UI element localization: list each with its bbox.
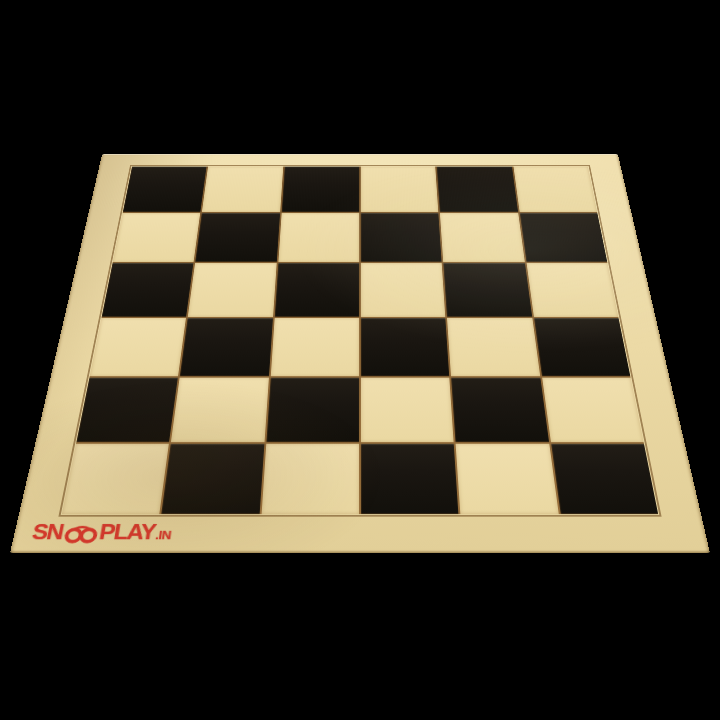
board-square-r6c6 bbox=[551, 443, 658, 514]
board-square-r4c1 bbox=[90, 318, 187, 376]
board-square-r3c3 bbox=[274, 263, 359, 316]
board-square-r5c5 bbox=[451, 378, 548, 442]
board-square-r2c5 bbox=[440, 213, 524, 262]
board-square-r1c3 bbox=[281, 167, 359, 212]
board-square-r5c2 bbox=[171, 378, 268, 442]
board-square-r4c2 bbox=[180, 318, 273, 376]
board-square-r1c2 bbox=[202, 167, 283, 212]
board-square-r1c4 bbox=[361, 167, 439, 212]
board-square-r3c4 bbox=[361, 263, 446, 316]
board-square-r6c5 bbox=[456, 443, 559, 514]
board-square-r5c3 bbox=[266, 378, 359, 442]
board-square-r2c2 bbox=[195, 213, 279, 262]
board-square-r1c1 bbox=[123, 167, 207, 212]
glasses-oo-icon bbox=[60, 524, 102, 544]
logo-text-tld: .IN bbox=[154, 523, 173, 547]
board-square-r4c4 bbox=[361, 318, 450, 376]
board-square-r5c4 bbox=[361, 378, 454, 442]
board-square-r3c1 bbox=[102, 263, 194, 316]
checkerboard: SN PLAY.IN bbox=[10, 154, 710, 553]
board-square-r4c5 bbox=[447, 318, 540, 376]
board-square-r2c3 bbox=[278, 213, 359, 262]
logo-text-suffix: PLAY bbox=[98, 520, 157, 544]
board-square-r2c4 bbox=[361, 213, 442, 262]
product-photo-scene: SN PLAY.IN bbox=[0, 0, 720, 720]
snooplay-logo: SN PLAY.IN bbox=[30, 520, 173, 545]
board-square-r5c1 bbox=[76, 378, 178, 442]
board-square-r3c5 bbox=[444, 263, 532, 316]
board-square-r1c6 bbox=[513, 167, 597, 212]
board-square-r6c4 bbox=[361, 443, 459, 514]
board-square-r2c6 bbox=[519, 213, 607, 262]
board-square-r4c3 bbox=[270, 318, 359, 376]
logo-text-prefix: SN bbox=[30, 520, 65, 544]
board-square-r6c3 bbox=[261, 443, 359, 514]
board-square-r5c6 bbox=[542, 378, 644, 442]
board-square-r3c6 bbox=[526, 263, 618, 316]
board-square-r4c6 bbox=[534, 318, 631, 376]
board-square-r6c1 bbox=[62, 443, 169, 514]
board-square-r1c5 bbox=[437, 167, 518, 212]
board-square-r6c2 bbox=[162, 443, 265, 514]
board-square-r2c1 bbox=[113, 213, 201, 262]
board-side-edge bbox=[11, 551, 709, 574]
board-square-r3c2 bbox=[188, 263, 276, 316]
checker-panel bbox=[62, 167, 658, 515]
